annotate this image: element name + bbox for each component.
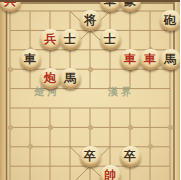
piece-black-8[interactable]: 車 [20,49,41,70]
piece-red-9[interactable]: 車 [120,49,141,70]
piece-red-12[interactable]: 炮 [40,68,61,89]
piece-black-13[interactable]: 馬 [60,68,81,89]
piece-black-14[interactable]: 卒 [80,146,101,167]
piece-black-3[interactable]: 将 [80,10,101,31]
piece-black-7[interactable]: 士 [100,29,121,50]
piece-black-6[interactable]: 士 [60,29,81,50]
piece-black-15[interactable]: 卒 [120,146,141,167]
piece-red-16[interactable]: 帥 [100,165,121,180]
piece-black-11[interactable]: 馬 [160,49,181,70]
screen-top-edge [0,0,180,2]
piece-black-4[interactable]: 砲 [160,10,181,31]
river-label-right: 漢界 [108,86,134,98]
piece-red-5[interactable]: 兵 [40,29,61,50]
xiangqi-board[interactable]: 楚河 漢界 兵車象将砲兵士士車車車馬炮馬卒卒帥 [0,0,180,180]
piece-red-10[interactable]: 車 [140,49,161,70]
